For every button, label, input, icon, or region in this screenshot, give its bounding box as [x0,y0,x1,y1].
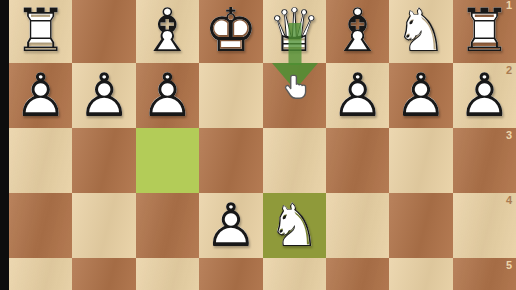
white-queen[interactable]: ♛♕ [263,0,326,63]
square-g4[interactable] [72,193,135,258]
square-c3[interactable] [326,128,389,193]
square-f1[interactable]: ♝♗ [136,0,199,63]
white-pawn-outline: ♙ [9,63,72,128]
white-pawn[interactable]: ♟♙ [72,63,135,128]
square-a2[interactable]: ♟♙2 [453,63,516,128]
square-f3[interactable] [136,128,199,193]
square-e5[interactable] [199,258,262,290]
square-a4[interactable]: 4 [453,193,516,258]
square-a5[interactable]: 5 [453,258,516,290]
white-bishop[interactable]: ♝♗ [136,0,199,63]
square-b4[interactable] [389,193,452,258]
white-knight-outline: ♘ [263,193,326,258]
square-c4[interactable] [326,193,389,258]
white-bishop-outline: ♗ [326,0,389,63]
rank-label-5: 5 [506,260,512,271]
square-c5[interactable] [326,258,389,290]
rank-label-1: 1 [506,0,512,11]
white-knight[interactable]: ♞♘ [389,0,452,63]
square-h2[interactable]: ♟♙ [9,63,72,128]
rank-label-3: 3 [506,130,512,141]
chess-board[interactable]: ♜♖♝♗♚♔♛♕♝♗♞♘♜♖1♟♙♟♙♟♙♟♙♟♙♟♙23♟♙♞♘45 [9,0,516,290]
square-f5[interactable] [136,258,199,290]
square-g5[interactable] [72,258,135,290]
square-d5[interactable] [263,258,326,290]
white-rook-outline: ♖ [9,0,72,63]
video-frame: ♜♖♝♗♚♔♛♕♝♗♞♘♜♖1♟♙♟♙♟♙♟♙♟♙♟♙23♟♙♞♘45 [0,0,516,290]
white-pawn-outline: ♙ [326,63,389,128]
square-e2[interactable] [199,63,262,128]
white-knight[interactable]: ♞♘ [263,193,326,258]
white-knight-outline: ♘ [389,0,452,63]
white-queen-outline: ♕ [263,0,326,63]
square-b2[interactable]: ♟♙ [389,63,452,128]
square-h5[interactable] [9,258,72,290]
square-h4[interactable] [9,193,72,258]
square-h1[interactable]: ♜♖ [9,0,72,63]
white-pawn-outline: ♙ [389,63,452,128]
square-g2[interactable]: ♟♙ [72,63,135,128]
white-pawn-outline: ♙ [72,63,135,128]
white-pawn[interactable]: ♟♙ [9,63,72,128]
white-pawn[interactable]: ♟♙ [326,63,389,128]
square-b1[interactable]: ♞♘ [389,0,452,63]
square-c2[interactable]: ♟♙ [326,63,389,128]
square-c1[interactable]: ♝♗ [326,0,389,63]
white-pawn[interactable]: ♟♙ [199,193,262,258]
white-bishop-outline: ♗ [136,0,199,63]
white-pawn-outline: ♙ [199,193,262,258]
square-f2[interactable]: ♟♙ [136,63,199,128]
square-d4[interactable]: ♞♘ [263,193,326,258]
white-pawn-outline: ♙ [136,63,199,128]
square-b5[interactable] [389,258,452,290]
square-d2[interactable] [263,63,326,128]
square-f4[interactable] [136,193,199,258]
white-king[interactable]: ♚♔ [199,0,262,63]
white-rook[interactable]: ♜♖ [9,0,72,63]
square-a3[interactable]: 3 [453,128,516,193]
square-g1[interactable] [72,0,135,63]
square-b3[interactable] [389,128,452,193]
rank-label-2: 2 [506,65,512,76]
square-d1[interactable]: ♛♕ [263,0,326,63]
square-a1[interactable]: ♜♖1 [453,0,516,63]
rank-label-4: 4 [506,195,512,206]
square-e1[interactable]: ♚♔ [199,0,262,63]
square-g3[interactable] [72,128,135,193]
square-d3[interactable] [263,128,326,193]
square-h3[interactable] [9,128,72,193]
white-king-outline: ♔ [199,0,262,63]
white-pawn[interactable]: ♟♙ [136,63,199,128]
white-pawn[interactable]: ♟♙ [389,63,452,128]
square-e3[interactable] [199,128,262,193]
square-e4[interactable]: ♟♙ [199,193,262,258]
white-bishop[interactable]: ♝♗ [326,0,389,63]
